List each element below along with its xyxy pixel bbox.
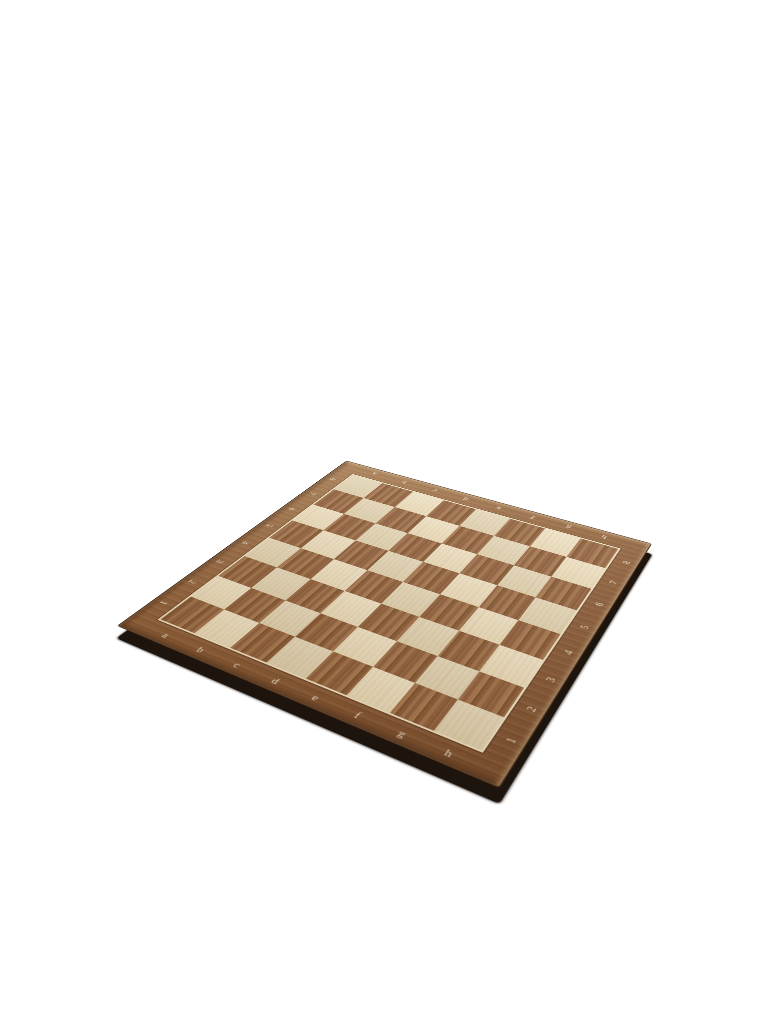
square-g4[interactable] — [459, 607, 519, 645]
coord-right-7: 7 — [588, 570, 637, 594]
square-d1[interactable] — [267, 637, 333, 679]
coord-left-1: 1 — [139, 590, 190, 616]
page-background: abcdefgh abcdefgh 87654321 87654321 — [0, 0, 768, 1024]
square-a1[interactable] — [160, 597, 223, 633]
square-e1[interactable] — [306, 652, 373, 696]
square-f3[interactable] — [397, 617, 459, 656]
square-h4[interactable] — [500, 620, 561, 659]
square-b1[interactable] — [194, 610, 258, 648]
chess-board: abcdefgh abcdefgh 87654321 87654321 — [117, 461, 652, 789]
square-e4[interactable] — [381, 582, 440, 617]
square-g2[interactable] — [414, 656, 479, 700]
square-g1[interactable] — [389, 683, 458, 731]
square-e3[interactable] — [358, 603, 419, 640]
square-c1[interactable] — [230, 623, 295, 663]
square-c2[interactable] — [259, 600, 321, 637]
square-h2[interactable] — [458, 671, 524, 717]
square-g5[interactable] — [478, 585, 535, 620]
coords-near-edge-letters: abcdefgh — [140, 620, 481, 773]
square-f1[interactable] — [347, 667, 415, 713]
square-f4[interactable] — [419, 594, 478, 630]
coord-right-8: 8 — [602, 551, 649, 574]
square-g3[interactable] — [437, 630, 500, 671]
square-c3[interactable] — [285, 579, 345, 613]
chess-board-scene: abcdefgh abcdefgh 87654321 87654321 — [208, 387, 598, 777]
square-d3[interactable] — [321, 591, 381, 627]
square-f2[interactable] — [373, 641, 438, 683]
square-e2[interactable] — [333, 627, 397, 667]
square-b2[interactable] — [224, 588, 286, 623]
square-h3[interactable] — [480, 645, 543, 688]
coord-left-2: 2 — [169, 570, 218, 594]
square-h5[interactable] — [519, 598, 577, 635]
square-h1[interactable] — [434, 700, 504, 750]
square-d2[interactable] — [295, 613, 358, 652]
board-frame: abcdefgh abcdefgh 87654321 87654321 — [117, 461, 652, 789]
